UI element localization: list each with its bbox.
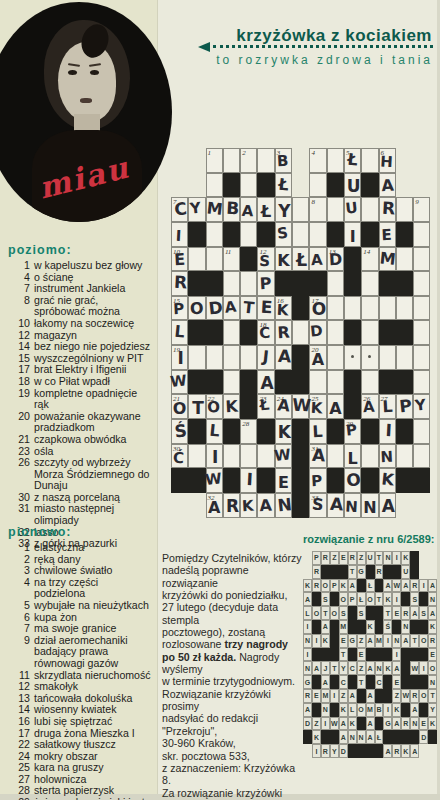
solution-cell-r14c3 <box>321 730 330 744</box>
solution-cell-r13c11: A <box>392 717 401 731</box>
cell-r8c4[interactable] <box>223 320 240 345</box>
solution-cell-r9c13: W <box>410 661 419 675</box>
handwritten-letter: O <box>345 468 363 492</box>
cell-r6c10[interactable] <box>327 271 344 296</box>
cell-r4c11[interactable]: I <box>344 222 361 247</box>
cell-r4c1[interactable]: I <box>171 222 188 247</box>
cell-r5c12[interactable]: 14 <box>361 247 378 272</box>
cell-r10c7 <box>275 370 292 395</box>
cell-r2c3[interactable] <box>206 173 223 198</box>
solution-cell-r8c9 <box>375 648 384 662</box>
handwritten-letter: A <box>311 443 327 466</box>
cell-r5c7[interactable]: K <box>275 247 292 272</box>
handwritten-letter: T <box>190 396 205 419</box>
solution-cell-r5c14: S <box>419 606 428 620</box>
solution-cell-r9c2: A <box>312 661 321 675</box>
cell-r1c4[interactable] <box>223 148 240 173</box>
cell-r7c1[interactable]: 15P <box>171 296 188 321</box>
cell-r2c5[interactable] <box>240 173 257 198</box>
handwritten-letter: J <box>257 344 275 368</box>
cell-r3c4[interactable]: B <box>223 197 240 222</box>
cell-r9c13[interactable] <box>379 345 396 370</box>
cell-r1c1 <box>171 148 188 173</box>
solution-cell-r8c7: E <box>357 648 366 662</box>
cell-r9c4[interactable] <box>223 345 240 370</box>
solution-cell-r8c12 <box>401 648 410 662</box>
cell-r8c14 <box>396 320 413 345</box>
cell-r4c8[interactable] <box>292 222 309 247</box>
handwritten-letter: S <box>257 249 273 272</box>
cell-r14c2 <box>188 468 205 493</box>
solution-cell-r11c4: I <box>330 689 339 703</box>
cell-r1c8 <box>292 148 309 173</box>
clue-number: 1 <box>0 542 34 554</box>
crossword-grid[interactable]: 123B45Ł6HŁUA7CYMBAŁY8UR9ISIE10E1112SKŁA1… <box>171 148 430 518</box>
solution-cell-r4c4 <box>330 592 339 606</box>
cell-r15c5[interactable]: K <box>240 493 257 518</box>
cell-r8c15[interactable] <box>413 320 430 345</box>
cell-r10c12[interactable] <box>361 370 378 395</box>
cell-r8c1[interactable]: L <box>171 320 188 345</box>
solution-cell-r3c8: Ł <box>366 579 375 593</box>
cell-r10c6[interactable]: A <box>257 370 274 395</box>
solution-cell-r13c7 <box>357 717 366 731</box>
cell-number: 2 <box>242 149 246 157</box>
solution-cell-r3c10: A <box>383 579 392 593</box>
cell-r12c3[interactable]: L <box>206 419 223 444</box>
cell-r11c3[interactable]: 22O <box>206 394 223 419</box>
solution-cell-r3c15: A <box>428 579 437 593</box>
cell-r15c10[interactable]: A <box>327 493 344 518</box>
cell-r7c2[interactable]: O <box>188 296 205 321</box>
cell-r9c14[interactable] <box>396 345 413 370</box>
cell-r13c2[interactable] <box>188 444 205 469</box>
cell-r7c4[interactable]: A <box>223 296 240 321</box>
solution-cell-r12c14 <box>419 703 428 717</box>
cell-r11c2[interactable]: T <box>188 394 205 419</box>
solution-cell-r15c5: D <box>339 744 348 758</box>
solution-cell-r5c6 <box>348 606 357 620</box>
cell-r13c12[interactable] <box>361 444 378 469</box>
notice-line: pocztowego), zostaną <box>162 626 304 638</box>
solution-cell-r2c6: T <box>348 565 357 579</box>
cell-r5c1[interactable]: 10E <box>171 247 188 272</box>
cell-r11c15[interactable]: Y <box>413 394 430 419</box>
handwritten-letter: T <box>240 295 258 319</box>
cell-r10c1[interactable]: W <box>171 370 188 395</box>
solution-cell-r8c5: T <box>339 648 348 662</box>
cell-r7c13[interactable] <box>379 296 396 321</box>
solution-cell-r1c6: R <box>348 551 357 565</box>
solution-cell-r12c10: I <box>383 703 392 717</box>
cell-r3c13[interactable]: R <box>379 197 396 222</box>
cell-r9c6[interactable]: J <box>257 345 274 370</box>
cell-r11c10[interactable]: A <box>327 394 344 419</box>
cell-r2c15 <box>413 173 430 198</box>
solution-cell-r4c13: S <box>410 592 419 606</box>
solution-cell-r3c6: A <box>348 579 357 593</box>
solution-cell-r11c13: R <box>410 689 419 703</box>
cell-r1c3[interactable]: 1 <box>206 148 223 173</box>
cell-r12c9[interactable]: L <box>309 419 326 444</box>
cell-r15c9[interactable]: 33S <box>309 493 326 518</box>
cell-r6c5[interactable] <box>240 271 257 296</box>
clue-number: 19 <box>0 388 34 411</box>
clue-number: 16 <box>0 716 34 728</box>
cell-r11c13[interactable]: 27L <box>379 394 396 419</box>
cell-r14c7[interactable]: E <box>275 468 292 493</box>
solution-cell-r1c3: R <box>321 551 330 565</box>
handwritten-letter: I <box>170 224 186 247</box>
cell-r3c1[interactable]: 7C <box>171 197 188 222</box>
handwritten-letter: K <box>379 468 397 492</box>
clue-text: wybujałe na nieużytkach <box>34 600 152 612</box>
cell-r8c8[interactable] <box>292 320 309 345</box>
solution-cell-r14c5: A <box>339 730 348 744</box>
solution-cell-r14c10 <box>383 730 392 744</box>
cell-r3c6[interactable]: Ł <box>257 197 274 222</box>
cell-r3c2[interactable]: Y <box>188 197 205 222</box>
cell-r9c3[interactable] <box>206 345 223 370</box>
cell-r3c14[interactable] <box>396 197 413 222</box>
eye-right <box>90 70 99 75</box>
solution-cell-r14c1 <box>303 730 312 744</box>
clue-number: 8 <box>0 295 34 318</box>
cell-r9c1[interactable]: 19I <box>171 345 188 370</box>
cell-r14c11[interactable]: O <box>344 468 361 493</box>
cell-r8c7[interactable]: R <box>275 320 292 345</box>
clue-text: sałatkowy tłuszcz <box>34 739 152 751</box>
across-clue-19: 19kompletne opadnięcie rąk <box>0 388 157 411</box>
cell-r5c8[interactable]: Ł <box>292 247 309 272</box>
cell-r12c13[interactable]: I <box>379 419 396 444</box>
cell-r4c15[interactable] <box>413 222 430 247</box>
cell-r3c5[interactable]: A <box>240 197 257 222</box>
cell-r9c15[interactable] <box>413 345 430 370</box>
handwritten-letter: S <box>309 492 327 516</box>
handwritten-letter: B <box>224 197 240 220</box>
handwritten-letter: N <box>378 445 394 468</box>
cell-r3c11[interactable]: U <box>344 197 361 222</box>
cell-number: 1 <box>208 149 212 157</box>
cell-r9c5[interactable] <box>240 345 257 370</box>
cell-r5c2[interactable] <box>188 247 205 272</box>
cell-r12c5[interactable]: 28 <box>240 419 257 444</box>
solution-cell-r14c15 <box>428 730 437 744</box>
cell-r8c6[interactable]: 18C <box>257 320 274 345</box>
handwritten-letter: I <box>208 446 223 469</box>
cell-r5c15[interactable] <box>413 247 430 272</box>
cell-r2c8 <box>292 173 309 198</box>
cell-r13c9[interactable]: 31A <box>309 444 326 469</box>
cell-r6c6[interactable]: P <box>257 271 274 296</box>
clue-number: 20 <box>0 411 34 434</box>
cell-r9c2[interactable] <box>188 345 205 370</box>
solution-cell-r2c8 <box>366 565 375 579</box>
cell-r12c1[interactable]: Ś <box>171 419 188 444</box>
page-subtitle: to rozrywka zdrowa i tania <box>180 53 433 67</box>
cell-r15c13[interactable]: A <box>379 493 396 518</box>
cell-r10c15[interactable] <box>413 370 430 395</box>
cell-r15c2 <box>188 493 205 518</box>
cell-r1c5[interactable]: 2 <box>240 148 257 173</box>
cell-r1c7[interactable]: 3B <box>275 148 292 173</box>
cell-r10c2 <box>188 370 205 395</box>
cell-r3c12[interactable] <box>361 197 378 222</box>
cell-r13c13[interactable]: N <box>379 444 396 469</box>
handwritten-letter: R <box>172 271 188 294</box>
cell-r1c12[interactable] <box>361 148 378 173</box>
cell-r3c10[interactable] <box>327 197 344 222</box>
handwritten-letter: K <box>309 397 325 420</box>
cell-r5c9[interactable]: A <box>309 247 326 272</box>
across-label: poziomo: <box>8 243 157 257</box>
cell-r10c10[interactable] <box>327 370 344 395</box>
cell-r2c13[interactable]: A <box>379 173 396 198</box>
cell-r4c13[interactable]: E <box>379 222 396 247</box>
cell-r1c10[interactable] <box>327 148 344 173</box>
cell-r14c5[interactable]: I <box>240 468 257 493</box>
handwritten-letter: U <box>346 175 361 198</box>
cell-r13c5[interactable] <box>240 444 257 469</box>
cell-r11c7[interactable]: 24A <box>275 394 292 419</box>
cell-r11c14[interactable]: P <box>396 394 413 419</box>
cell-r5c13[interactable]: M <box>379 247 396 272</box>
solution-cell-r7c15: R <box>428 634 437 648</box>
solution-cell-r5c15: A <box>428 606 437 620</box>
cell-r9c12[interactable] <box>361 345 378 370</box>
handwritten-letter: N <box>276 493 294 517</box>
solution-cell-r8c8 <box>366 648 375 662</box>
cell-r13c11[interactable]: L <box>344 444 361 469</box>
solution-cell-r6c8: K <box>366 620 375 634</box>
down-clue-22: 22sałatkowy tłuszcz <box>0 739 157 751</box>
solution-cell-r3c5: K <box>339 579 348 593</box>
cell-r7c9[interactable]: 17O <box>309 296 326 321</box>
cell-r11c8[interactable]: W <box>292 394 309 419</box>
solution-cell-r11c9 <box>375 689 384 703</box>
cell-r14c13[interactable]: K <box>379 468 396 493</box>
solution-cell-r3c1: K <box>303 579 312 593</box>
cell-r12c11[interactable]: 29P <box>344 419 361 444</box>
cell-r11c6[interactable]: 23Ł <box>257 394 274 419</box>
solution-cell-r2c3 <box>321 565 330 579</box>
pencil-dot <box>368 355 371 358</box>
cell-r15c3[interactable]: 32A <box>206 493 223 518</box>
clue-text: szczyty od wybrzeży Morza Śródziemnego d… <box>34 457 152 492</box>
handwritten-letter: E <box>378 224 394 247</box>
notice-line: 30-960 Kraków, <box>162 737 304 749</box>
cell-r4c3[interactable] <box>206 222 223 247</box>
handwritten-letter: L <box>310 420 326 443</box>
handwritten-letter: C <box>257 322 273 345</box>
cell-r2c9[interactable] <box>309 173 326 198</box>
cell-r15c4[interactable]: R <box>223 493 240 518</box>
handwritten-letter: L <box>206 418 224 442</box>
cell-r1c11[interactable]: 5Ł <box>344 148 361 173</box>
cell-r8c10[interactable] <box>327 320 344 345</box>
cell-r12c6 <box>257 419 274 444</box>
cell-r13c3[interactable]: I <box>206 444 223 469</box>
handwritten-letter: A <box>276 345 292 368</box>
cell-r11c9[interactable]: 25K <box>309 394 326 419</box>
cell-r6c1[interactable]: R <box>171 271 188 296</box>
cell-r11c1[interactable]: 21O <box>171 394 188 419</box>
clue-text: w co Piłat wpadł <box>34 376 152 388</box>
solution-cell-r2c13 <box>410 565 419 579</box>
cell-r8c9[interactable]: D <box>309 320 326 345</box>
cell-r7c5[interactable]: T <box>240 296 257 321</box>
solution-cell-r4c1: A <box>303 592 312 606</box>
cell-r14c3[interactable]: W <box>206 468 223 493</box>
solution-cell-r9c11: A <box>392 661 401 675</box>
cell-r7c7[interactable]: 16K <box>275 296 292 321</box>
cell-r7c6[interactable]: E <box>257 296 274 321</box>
cell-r6c12[interactable] <box>361 271 378 296</box>
cell-r1c13[interactable]: 6H <box>379 148 396 173</box>
clue-text: poważanie okazywane pradziadkom <box>34 411 152 434</box>
solution-cell-r10c10 <box>383 675 392 689</box>
solution-cell-r10c12 <box>401 675 410 689</box>
cell-r10c9[interactable] <box>309 370 326 395</box>
solution-cell-r4c6: P <box>348 592 357 606</box>
clue-number: 4 <box>0 577 34 600</box>
solution-cell-r6c9 <box>375 620 384 634</box>
handwritten-letter: O <box>189 296 205 319</box>
clue-text: czapkowa obwódka <box>34 434 152 446</box>
cell-r1c9[interactable]: 4 <box>309 148 326 173</box>
solution-cell-r5c9 <box>375 606 384 620</box>
cell-r9c9[interactable]: 20A <box>309 345 326 370</box>
clue-number: 12 <box>0 681 34 693</box>
handwritten-letter: L <box>171 320 189 344</box>
cell-r13c15[interactable] <box>413 444 430 469</box>
cell-r15c12[interactable]: N <box>361 493 378 518</box>
cell-r11c4[interactable]: K <box>223 394 240 419</box>
down-list: 1elastyczna2ręką dany3chwilowe światło4n… <box>0 542 157 800</box>
clue-text: grać nie grać, spróbować można <box>34 295 152 318</box>
solution-cell-r1c15 <box>428 551 437 565</box>
across-clue-26: 26szczyty od wybrzeży Morza Śródziemnego… <box>0 457 157 492</box>
down-clue-5: 5wybujałe na nieużytkach <box>0 600 157 612</box>
cell-r1c6[interactable] <box>257 148 274 173</box>
notice-line: nadeślą poprawne rozwiązanie <box>162 564 304 589</box>
cell-r3c15[interactable]: 9 <box>413 197 430 222</box>
cell-r4c5[interactable] <box>240 222 257 247</box>
cell-r2c11[interactable]: U <box>344 173 361 198</box>
solution-cell-r2c11 <box>392 565 401 579</box>
cell-r5c3[interactable] <box>206 247 223 272</box>
handwritten-letter: Y <box>277 199 292 222</box>
cell-r13c4[interactable] <box>223 444 240 469</box>
solution-cell-r4c8: O <box>366 592 375 606</box>
cell-number: 9 <box>415 198 419 206</box>
solution-cell-r7c3: K <box>321 634 330 648</box>
cell-r12c7[interactable]: K <box>275 419 292 444</box>
solution-cell-r11c5: Z <box>339 689 348 703</box>
cell-r8c12[interactable] <box>361 320 378 345</box>
solution-cell-r12c8: M <box>366 703 375 717</box>
cell-r15c7[interactable]: N <box>275 493 292 518</box>
cell-r7c15[interactable] <box>413 296 430 321</box>
handwritten-letter: E <box>259 296 275 319</box>
cell-r5c6[interactable]: 12S <box>257 247 274 272</box>
cell-r9c7[interactable]: A <box>275 345 292 370</box>
cell-r6c13 <box>379 271 396 296</box>
dotted-rule <box>213 45 433 48</box>
cell-r6c4[interactable] <box>223 271 240 296</box>
cell-r15c8 <box>292 493 309 518</box>
solution-cell-r1c14 <box>419 551 428 565</box>
handwritten-letter: A <box>258 494 274 517</box>
cell-r3c9[interactable]: 8 <box>309 197 326 222</box>
solution-cell-r1c10: N <box>383 551 392 565</box>
cell-r13c1[interactable]: 30Ć <box>171 444 188 469</box>
cell-r11c12[interactable]: 26A <box>361 394 378 419</box>
solution-cell-r12c2 <box>312 703 321 717</box>
solution-cell-r1c4: Z <box>330 551 339 565</box>
arrow-left-icon <box>198 42 210 52</box>
cell-r10c4[interactable] <box>223 370 240 395</box>
cell-r13c7[interactable]: W <box>275 444 292 469</box>
cell-r7c3[interactable]: D <box>206 296 223 321</box>
solution-cell-r13c5: A <box>339 717 348 731</box>
cell-r4c7[interactable]: S <box>275 222 292 247</box>
cell-r3c3[interactable]: M <box>206 197 223 222</box>
cell-r4c9[interactable] <box>309 222 326 247</box>
cell-r7c14[interactable] <box>396 296 413 321</box>
solution-cell-r7c1: N <box>303 634 312 648</box>
cell-r2c7[interactable]: Ł <box>275 173 292 198</box>
cell-r14c6 <box>257 468 274 493</box>
cell-r15c6[interactable]: A <box>257 493 274 518</box>
cell-r9c10[interactable] <box>327 345 344 370</box>
cell-r7c11[interactable] <box>344 296 361 321</box>
notice-line: rozlosowane trzy nagrody <box>162 638 304 650</box>
solution-cell-r1c12: K <box>401 551 410 565</box>
cell-r9c11[interactable] <box>344 345 361 370</box>
cell-r5c10[interactable]: 13D <box>327 247 344 272</box>
solution-cell-r10c9: C <box>375 675 384 689</box>
cell-r5c11 <box>344 247 361 272</box>
cell-r5c14[interactable] <box>396 247 413 272</box>
cell-r14c9[interactable]: P <box>309 468 326 493</box>
solution-cell-r8c11: I <box>392 648 401 662</box>
cell-r7c12[interactable] <box>361 296 378 321</box>
cell-r6c2 <box>188 271 205 296</box>
solution-cell-r12c15: Y <box>428 703 437 717</box>
cell-number: 11 <box>225 248 231 256</box>
cell-r12c15[interactable] <box>413 419 430 444</box>
clue-text: w kapeluszu bez głowy <box>34 260 152 272</box>
cell-r3c8[interactable] <box>292 197 309 222</box>
solution-cell-r7c4 <box>330 634 339 648</box>
down-clue-9: 9dział aeromechaniki badający prawa równ… <box>0 635 157 670</box>
cell-r13c10[interactable] <box>327 444 344 469</box>
cell-r15c11[interactable]: N <box>344 493 361 518</box>
cell-r13c14[interactable] <box>396 444 413 469</box>
solution-cell-r13c14: E <box>419 717 428 731</box>
cell-r6c15[interactable] <box>413 271 430 296</box>
solution-cell-r2c4 <box>330 565 339 579</box>
cell-r5c4[interactable]: 11 <box>223 247 240 272</box>
cell-r3c7[interactable]: Y <box>275 197 292 222</box>
cell-r13c6[interactable] <box>257 444 274 469</box>
page-title: krzyżówka z kociakiem <box>200 26 432 46</box>
clue-number: 7 <box>0 623 34 635</box>
cell-r7c10[interactable] <box>327 296 344 321</box>
solution-cell-r12c9: B <box>375 703 384 717</box>
